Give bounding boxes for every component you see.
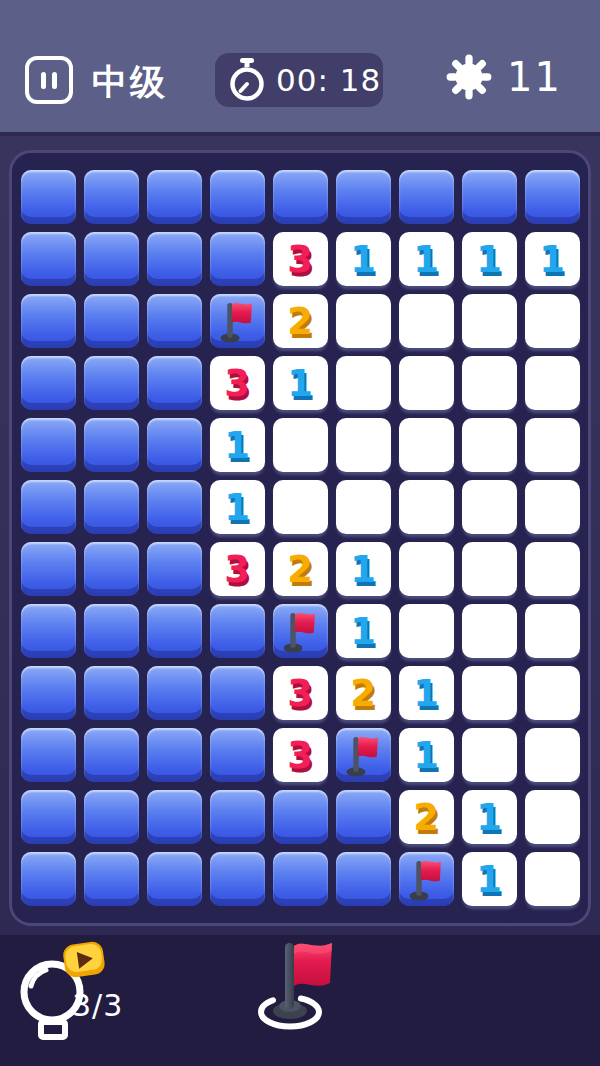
cell-r2c9[interactable]: 1 [525,232,580,286]
cell-number: 1 [350,551,376,588]
flag-icon [404,856,448,902]
cell-r8c4[interactable] [210,604,265,658]
cell-r6c6[interactable] [336,480,391,534]
cell-r5c8[interactable] [462,418,517,472]
cell-number: 3 [287,675,313,712]
cell-r7c5[interactable]: 2 [273,542,328,596]
flag-icon [252,935,348,1047]
cell-r4c4[interactable]: 3 [210,356,265,410]
cell-number: 3 [224,365,250,402]
cell-r1c3[interactable] [147,170,202,224]
cell-r10c9[interactable] [525,728,580,782]
cell-r9c7[interactable]: 1 [399,666,454,720]
cell-r8c2[interactable] [84,604,139,658]
cell-number: 2 [287,551,313,588]
cell-r2c7[interactable]: 1 [399,232,454,286]
cell-number: 1 [287,365,313,402]
cell-r10c5[interactable]: 3 [273,728,328,782]
cell-r5c1[interactable] [21,418,76,472]
cell-r4c9[interactable] [525,356,580,410]
cell-r4c3[interactable] [147,356,202,410]
cell-r4c8[interactable] [462,356,517,410]
cell-r6c8[interactable] [462,480,517,534]
cell-r9c2[interactable] [84,666,139,720]
cell-r7c1[interactable] [21,542,76,596]
cell-r8c1[interactable] [21,604,76,658]
minesweeper-app: 中级 00: 18 [0,0,600,1066]
cell-r2c3[interactable] [147,232,202,286]
cell-r5c5[interactable] [273,418,328,472]
cell-r9c8[interactable] [462,666,517,720]
mine-counter: 11 [444,52,562,102]
hint-count: 3/3 [72,988,123,1023]
cell-r3c6[interactable] [336,294,391,348]
pause-button[interactable] [25,56,73,104]
cell-number: 1 [350,241,376,278]
cell-r11c1[interactable] [21,790,76,844]
cell-number: 1 [224,427,250,464]
cell-r7c3[interactable] [147,542,202,596]
cell-number: 1 [476,799,502,836]
cell-r9c6[interactable]: 2 [336,666,391,720]
cell-number: 2 [413,799,439,836]
cell-r5c3[interactable] [147,418,202,472]
cell-r7c7[interactable] [399,542,454,596]
cell-r11c7[interactable]: 2 [399,790,454,844]
ad-play-badge-icon [62,940,106,978]
cell-r3c3[interactable] [147,294,202,348]
cell-r8c3[interactable] [147,604,202,658]
cell-r10c7[interactable]: 1 [399,728,454,782]
cell-r12c6[interactable] [336,852,391,906]
cell-r9c9[interactable] [525,666,580,720]
cell-r12c9[interactable] [525,852,580,906]
cell-r7c2[interactable] [84,542,139,596]
cell-number: 3 [287,241,313,278]
cell-r3c4[interactable] [210,294,265,348]
level-label: 中级 [92,59,202,106]
top-bar: 中级 00: 18 [0,0,600,132]
cell-number: 1 [350,613,376,650]
mine-icon [444,52,494,102]
timer-display: 00: 18 [215,53,383,107]
cell-r1c9[interactable] [525,170,580,224]
cell-r9c4[interactable] [210,666,265,720]
cell-r8c9[interactable] [525,604,580,658]
cell-r6c9[interactable] [525,480,580,534]
cell-r9c5[interactable]: 3 [273,666,328,720]
cell-r4c1[interactable] [21,356,76,410]
cell-number: 1 [413,737,439,774]
cell-number: 1 [539,241,565,278]
time-value: 00: 18 [276,62,381,98]
cell-r12c7[interactable] [399,852,454,906]
cell-r3c2[interactable] [84,294,139,348]
cell-r9c1[interactable] [21,666,76,720]
cell-r6c1[interactable] [21,480,76,534]
cell-number: 1 [476,241,502,278]
cell-r3c8[interactable] [462,294,517,348]
cell-r6c5[interactable] [273,480,328,534]
cell-r1c8[interactable] [462,170,517,224]
cell-r2c2[interactable] [84,232,139,286]
cell-number: 3 [224,551,250,588]
cell-r10c6[interactable] [336,728,391,782]
cell-r1c5[interactable] [273,170,328,224]
board: 31111 23111321 13213 121 [9,150,591,926]
cell-r11c4[interactable] [210,790,265,844]
stopwatch-icon [227,58,267,102]
cell-r11c9[interactable] [525,790,580,844]
cell-r11c2[interactable] [84,790,139,844]
flag-mode-button[interactable] [252,935,348,1047]
cell-r3c7[interactable] [399,294,454,348]
cell-r4c5[interactable]: 1 [273,356,328,410]
cell-number: 1 [476,861,502,898]
cell-r10c4[interactable] [210,728,265,782]
cell-r5c6[interactable] [336,418,391,472]
cell-r5c4[interactable]: 1 [210,418,265,472]
cell-r12c2[interactable] [84,852,139,906]
cell-r10c8[interactable] [462,728,517,782]
cell-r5c2[interactable] [84,418,139,472]
cell-r6c7[interactable] [399,480,454,534]
cell-r3c1[interactable] [21,294,76,348]
cell-r1c2[interactable] [84,170,139,224]
cell-number: 2 [287,303,313,340]
flag-icon [278,608,322,654]
cell-r5c7[interactable] [399,418,454,472]
cell-r11c6[interactable] [336,790,391,844]
cell-r11c3[interactable] [147,790,202,844]
cell-r1c7[interactable] [399,170,454,224]
mines-left-value: 11 [507,54,562,100]
cell-r12c8[interactable]: 1 [462,852,517,906]
cell-r4c2[interactable] [84,356,139,410]
cell-r4c7[interactable] [399,356,454,410]
cell-r7c8[interactable] [462,542,517,596]
cell-number: 1 [224,489,250,526]
cell-r8c5[interactable] [273,604,328,658]
cell-number: 3 [287,737,313,774]
cell-r8c6[interactable]: 1 [336,604,391,658]
cell-r12c5[interactable] [273,852,328,906]
cell-r2c1[interactable] [21,232,76,286]
cell-r9c3[interactable] [147,666,202,720]
cell-r11c8[interactable]: 1 [462,790,517,844]
cell-r10c2[interactable] [84,728,139,782]
cell-r1c4[interactable] [210,170,265,224]
cell-r2c4[interactable] [210,232,265,286]
cell-r7c6[interactable]: 1 [336,542,391,596]
cell-r1c1[interactable] [21,170,76,224]
cell-r1c6[interactable] [336,170,391,224]
cell-r6c3[interactable] [147,480,202,534]
cell-r7c9[interactable] [525,542,580,596]
cell-r12c4[interactable] [210,852,265,906]
cell-r12c3[interactable] [147,852,202,906]
cell-r3c5[interactable]: 2 [273,294,328,348]
cell-r6c2[interactable] [84,480,139,534]
cell-r10c1[interactable] [21,728,76,782]
cell-r11c5[interactable] [273,790,328,844]
cell-r2c6[interactable]: 1 [336,232,391,286]
cell-r2c8[interactable]: 1 [462,232,517,286]
flag-icon [341,732,385,778]
cell-r8c8[interactable] [462,604,517,658]
cell-r7c4[interactable]: 3 [210,542,265,596]
bottom-bar: 3/3 [0,935,600,1066]
pause-icon [52,72,57,89]
cell-number: 2 [350,675,376,712]
cell-r2c5[interactable]: 3 [273,232,328,286]
pause-icon [41,72,46,89]
cell-r4c6[interactable] [336,356,391,410]
flag-icon [215,298,259,344]
cell-r10c3[interactable] [147,728,202,782]
cell-r5c9[interactable] [525,418,580,472]
cell-r6c4[interactable]: 1 [210,480,265,534]
cell-r8c7[interactable] [399,604,454,658]
cell-r3c9[interactable] [525,294,580,348]
cell-number: 1 [413,241,439,278]
cell-r12c1[interactable] [21,852,76,906]
hint-button[interactable]: 3/3 [14,940,164,1050]
cell-number: 1 [413,675,439,712]
